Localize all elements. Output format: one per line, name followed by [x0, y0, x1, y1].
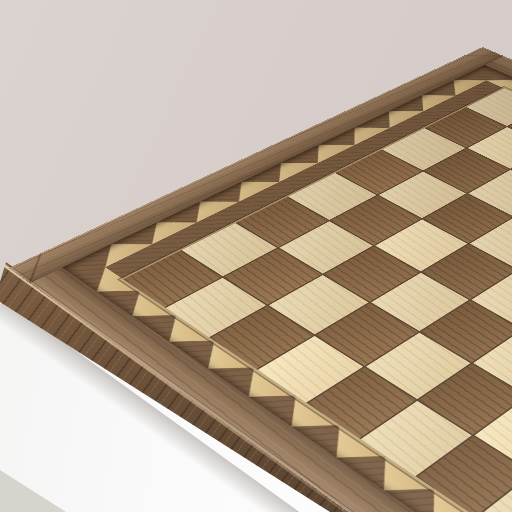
- board-perspective-wrapper: [0, 0, 512, 512]
- chess-board: [9, 47, 512, 512]
- chessboard-photo-scene: [0, 0, 512, 512]
